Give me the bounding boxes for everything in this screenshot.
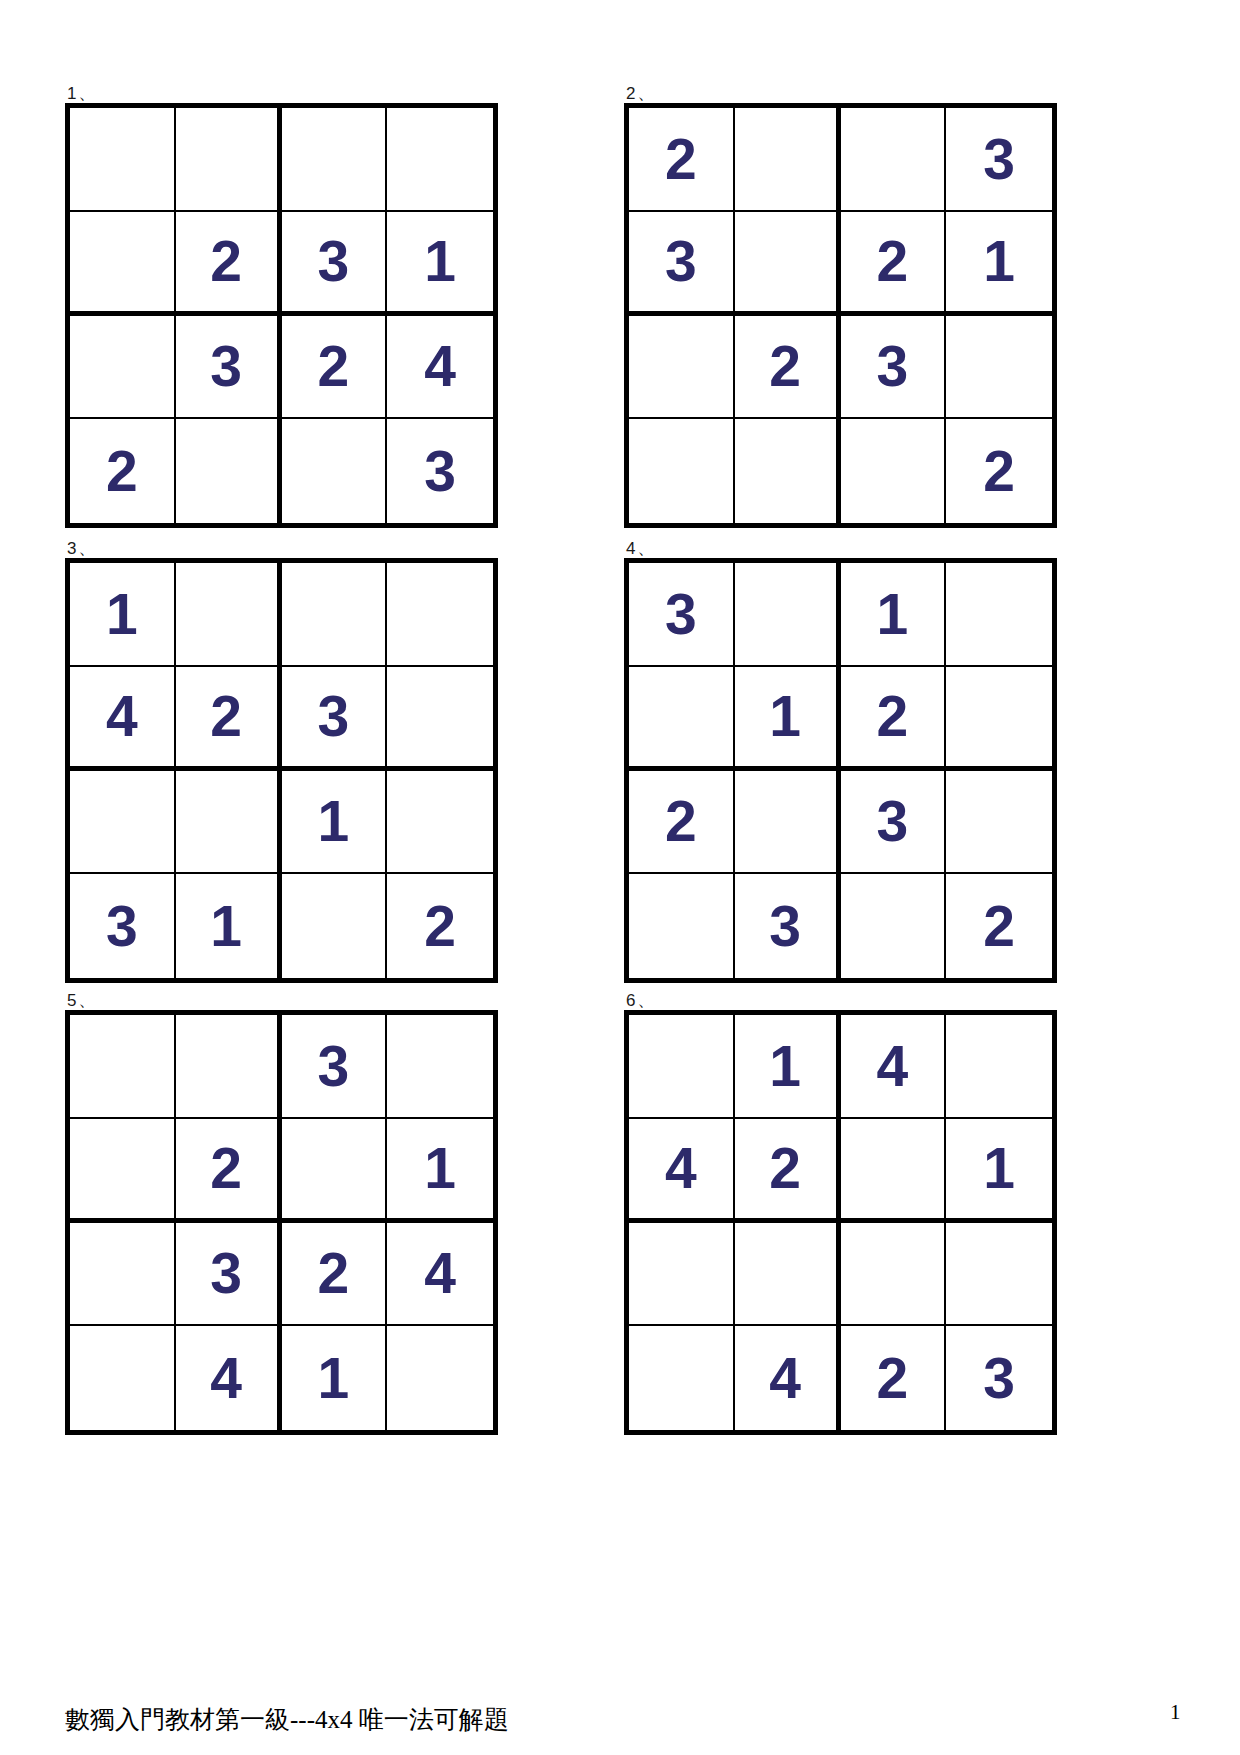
puzzle-2-cell-r4c4: 2 bbox=[946, 419, 1052, 523]
puzzle-6-cell-r1c2: 1 bbox=[735, 1015, 841, 1119]
puzzle-6-cell-r4c2: 4 bbox=[735, 1326, 841, 1430]
puzzle-2-cell-r3c3: 3 bbox=[841, 316, 947, 420]
puzzle-6-cell-r1c1 bbox=[629, 1015, 735, 1119]
puzzle-5-cell-r2c1 bbox=[70, 1119, 176, 1223]
puzzle-5-cell-r1c1 bbox=[70, 1015, 176, 1119]
puzzle-5-board: 32132441 bbox=[65, 1010, 498, 1435]
puzzle-3-cell-r3c2 bbox=[176, 771, 282, 875]
puzzle-4-cell-r3c1: 2 bbox=[629, 771, 735, 875]
puzzle-2-cell-r2c3: 2 bbox=[841, 212, 947, 316]
puzzle-1-cell-r3c1 bbox=[70, 316, 176, 420]
puzzle-4-board: 31122332 bbox=[624, 558, 1057, 983]
puzzle-4-cell-r4c1 bbox=[629, 874, 735, 978]
puzzle-3-cell-r4c3 bbox=[282, 874, 388, 978]
puzzle-6-cell-r1c3: 4 bbox=[841, 1015, 947, 1119]
puzzle-4-cell-r2c2: 1 bbox=[735, 667, 841, 771]
puzzle-4-cell-r1c3: 1 bbox=[841, 563, 947, 667]
puzzle-2-cell-r2c4: 1 bbox=[946, 212, 1052, 316]
puzzle-5-cell-r2c4: 1 bbox=[387, 1119, 493, 1223]
puzzle-4-cell-r1c2 bbox=[735, 563, 841, 667]
puzzle-6-cell-r3c1 bbox=[629, 1223, 735, 1327]
puzzle-6-cell-r2c4: 1 bbox=[946, 1119, 1052, 1223]
puzzle-5-cell-r2c2: 2 bbox=[176, 1119, 282, 1223]
puzzle-6: 6、 14421423 bbox=[624, 992, 1057, 1435]
puzzle-1-cell-r1c2 bbox=[176, 108, 282, 212]
puzzle-1-cell-r4c3 bbox=[282, 419, 388, 523]
puzzle-2-cell-r4c1 bbox=[629, 419, 735, 523]
puzzle-4-cell-r3c4 bbox=[946, 771, 1052, 875]
puzzle-6-board: 14421423 bbox=[624, 1010, 1057, 1435]
puzzle-2-cell-r4c3 bbox=[841, 419, 947, 523]
puzzle-5-cell-r1c4 bbox=[387, 1015, 493, 1119]
puzzle-4-cell-r4c4: 2 bbox=[946, 874, 1052, 978]
puzzle-2-cell-r4c2 bbox=[735, 419, 841, 523]
puzzle-2-cell-r2c2 bbox=[735, 212, 841, 316]
puzzle-1-cell-r1c3 bbox=[282, 108, 388, 212]
puzzle-2-cell-r1c1: 2 bbox=[629, 108, 735, 212]
puzzle-4-cell-r4c3 bbox=[841, 874, 947, 978]
puzzle-5-cell-r4c4 bbox=[387, 1326, 493, 1430]
puzzle-2-cell-r3c4 bbox=[946, 316, 1052, 420]
puzzle-3-cell-r2c2: 2 bbox=[176, 667, 282, 771]
puzzle-3: 3、 14231312 bbox=[65, 540, 498, 983]
puzzle-4-cell-r4c2: 3 bbox=[735, 874, 841, 978]
puzzle-5-label: 5、 bbox=[67, 992, 498, 1010]
puzzle-4: 4、 31122332 bbox=[624, 540, 1057, 983]
puzzle-2-board: 23321232 bbox=[624, 103, 1057, 528]
puzzle-5: 5、 32132441 bbox=[65, 992, 498, 1435]
puzzle-2-cell-r3c2: 2 bbox=[735, 316, 841, 420]
puzzle-2-cell-r1c4: 3 bbox=[946, 108, 1052, 212]
puzzle-4-cell-r2c1 bbox=[629, 667, 735, 771]
puzzle-3-cell-r3c1 bbox=[70, 771, 176, 875]
puzzle-6-cell-r4c4: 3 bbox=[946, 1326, 1052, 1430]
puzzle-3-cell-r1c1: 1 bbox=[70, 563, 176, 667]
puzzle-2-cell-r1c3 bbox=[841, 108, 947, 212]
puzzle-6-cell-r4c3: 2 bbox=[841, 1326, 947, 1430]
puzzle-1-cell-r2c1 bbox=[70, 212, 176, 316]
puzzle-4-label: 4、 bbox=[626, 540, 1057, 558]
puzzle-6-cell-r2c2: 2 bbox=[735, 1119, 841, 1223]
footer-title: 數獨入門教材第一級---4x4 唯一法可解題 bbox=[65, 1703, 509, 1736]
puzzle-1-cell-r2c4: 1 bbox=[387, 212, 493, 316]
puzzle-3-cell-r4c4: 2 bbox=[387, 874, 493, 978]
puzzle-3-cell-r3c3: 1 bbox=[282, 771, 388, 875]
puzzle-3-cell-r4c2: 1 bbox=[176, 874, 282, 978]
puzzle-1-cell-r3c2: 3 bbox=[176, 316, 282, 420]
puzzle-2-cell-r1c2 bbox=[735, 108, 841, 212]
puzzle-5-cell-r4c2: 4 bbox=[176, 1326, 282, 1430]
puzzle-5-cell-r3c4: 4 bbox=[387, 1223, 493, 1327]
puzzle-6-cell-r3c2 bbox=[735, 1223, 841, 1327]
puzzle-3-cell-r1c2 bbox=[176, 563, 282, 667]
puzzle-1-cell-r4c1: 2 bbox=[70, 419, 176, 523]
puzzle-4-cell-r3c2 bbox=[735, 771, 841, 875]
puzzle-1-cell-r1c4 bbox=[387, 108, 493, 212]
puzzle-1-cell-r4c4: 3 bbox=[387, 419, 493, 523]
puzzle-6-label: 6、 bbox=[626, 992, 1057, 1010]
puzzle-3-cell-r2c3: 3 bbox=[282, 667, 388, 771]
puzzle-4-cell-r3c3: 3 bbox=[841, 771, 947, 875]
puzzle-3-cell-r4c1: 3 bbox=[70, 874, 176, 978]
puzzle-2-cell-r3c1 bbox=[629, 316, 735, 420]
puzzle-5-cell-r1c2 bbox=[176, 1015, 282, 1119]
puzzle-5-cell-r4c3: 1 bbox=[282, 1326, 388, 1430]
puzzle-5-cell-r1c3: 3 bbox=[282, 1015, 388, 1119]
puzzle-4-cell-r1c4 bbox=[946, 563, 1052, 667]
puzzle-6-cell-r2c3 bbox=[841, 1119, 947, 1223]
puzzle-3-cell-r1c4 bbox=[387, 563, 493, 667]
puzzle-1-cell-r4c2 bbox=[176, 419, 282, 523]
puzzle-2: 2、 23321232 bbox=[624, 85, 1057, 528]
puzzle-5-cell-r2c3 bbox=[282, 1119, 388, 1223]
puzzle-2-cell-r2c1: 3 bbox=[629, 212, 735, 316]
puzzle-6-cell-r2c1: 4 bbox=[629, 1119, 735, 1223]
puzzle-6-cell-r4c1 bbox=[629, 1326, 735, 1430]
puzzle-3-cell-r1c3 bbox=[282, 563, 388, 667]
puzzle-3-cell-r2c1: 4 bbox=[70, 667, 176, 771]
puzzle-5-cell-r3c1 bbox=[70, 1223, 176, 1327]
puzzle-5-cell-r4c1 bbox=[70, 1326, 176, 1430]
page-number: 1 bbox=[1170, 1700, 1181, 1725]
puzzle-4-cell-r2c3: 2 bbox=[841, 667, 947, 771]
puzzle-1-cell-r1c1 bbox=[70, 108, 176, 212]
puzzle-3-cell-r2c4 bbox=[387, 667, 493, 771]
puzzle-5-cell-r3c2: 3 bbox=[176, 1223, 282, 1327]
puzzle-3-label: 3、 bbox=[67, 540, 498, 558]
puzzle-1-cell-r2c3: 3 bbox=[282, 212, 388, 316]
puzzle-4-cell-r1c1: 3 bbox=[629, 563, 735, 667]
puzzle-4-cell-r2c4 bbox=[946, 667, 1052, 771]
puzzle-6-cell-r1c4 bbox=[946, 1015, 1052, 1119]
puzzle-1-cell-r2c2: 2 bbox=[176, 212, 282, 316]
puzzle-3-cell-r3c4 bbox=[387, 771, 493, 875]
puzzle-1-board: 23132423 bbox=[65, 103, 498, 528]
puzzle-2-label: 2、 bbox=[626, 85, 1057, 103]
puzzle-6-cell-r3c3 bbox=[841, 1223, 947, 1327]
puzzle-1-label: 1、 bbox=[67, 85, 498, 103]
puzzle-1-cell-r3c4: 4 bbox=[387, 316, 493, 420]
puzzle-3-board: 14231312 bbox=[65, 558, 498, 983]
puzzle-1: 1、 23132423 bbox=[65, 85, 498, 528]
puzzle-1-cell-r3c3: 2 bbox=[282, 316, 388, 420]
puzzle-6-cell-r3c4 bbox=[946, 1223, 1052, 1327]
puzzle-5-cell-r3c3: 2 bbox=[282, 1223, 388, 1327]
